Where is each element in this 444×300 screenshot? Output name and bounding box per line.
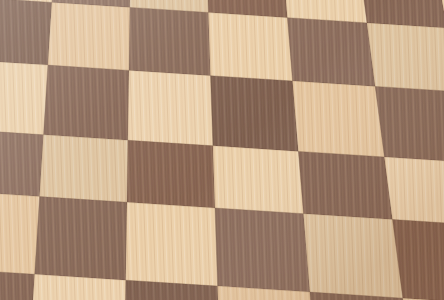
board-square[interactable] bbox=[0, 129, 44, 196]
board-square[interactable] bbox=[35, 197, 127, 281]
board-square[interactable] bbox=[384, 157, 444, 225]
board-square[interactable] bbox=[0, 0, 52, 65]
board-square[interactable] bbox=[0, 60, 48, 135]
board-square[interactable] bbox=[40, 135, 128, 203]
board-square[interactable] bbox=[128, 70, 213, 145]
board-square[interactable] bbox=[0, 191, 40, 274]
board-square[interactable] bbox=[213, 146, 304, 214]
board-square[interactable] bbox=[215, 208, 310, 292]
board-square[interactable] bbox=[293, 81, 385, 157]
board-square[interactable] bbox=[367, 23, 444, 92]
board-squares bbox=[0, 0, 444, 300]
board-square[interactable] bbox=[211, 76, 299, 152]
board-square[interactable] bbox=[304, 214, 403, 299]
chessboard bbox=[0, 0, 444, 300]
board-square[interactable] bbox=[287, 18, 375, 87]
board-square[interactable] bbox=[129, 7, 211, 75]
board-square[interactable] bbox=[375, 86, 444, 162]
chessboard-photo bbox=[0, 0, 444, 300]
board-square[interactable] bbox=[44, 65, 130, 140]
board-square[interactable] bbox=[298, 151, 392, 219]
board-square[interactable] bbox=[126, 202, 218, 286]
board-square[interactable] bbox=[127, 140, 215, 208]
board-square[interactable] bbox=[48, 2, 130, 70]
board-square[interactable] bbox=[208, 13, 292, 82]
